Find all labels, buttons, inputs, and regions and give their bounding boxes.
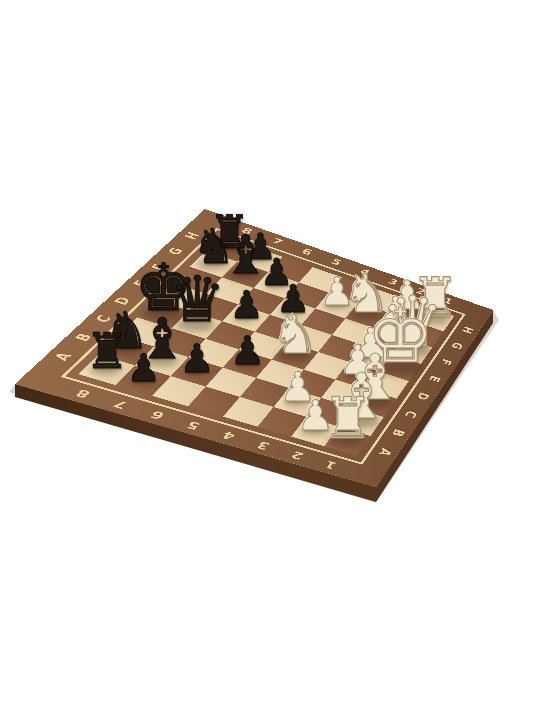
piece-bP-b6[interactable]: ♟: [180, 339, 215, 378]
piece-wN-d4[interactable]: ♞: [271, 308, 319, 362]
piece-bP-c5[interactable]: ♟: [230, 331, 265, 370]
piece-bP-a7[interactable]: ♟: [127, 349, 161, 387]
piece-wR-a1[interactable]: ♜: [322, 390, 373, 447]
piece-bP-e6[interactable]: ♟: [229, 286, 263, 324]
piece-bR-a8[interactable]: ♜: [85, 327, 129, 376]
product-photo-scene: AA88BB77CC66DD55EE44FF33GG22HH11 ♜♞♚♞♜♟♝…: [0, 0, 540, 720]
